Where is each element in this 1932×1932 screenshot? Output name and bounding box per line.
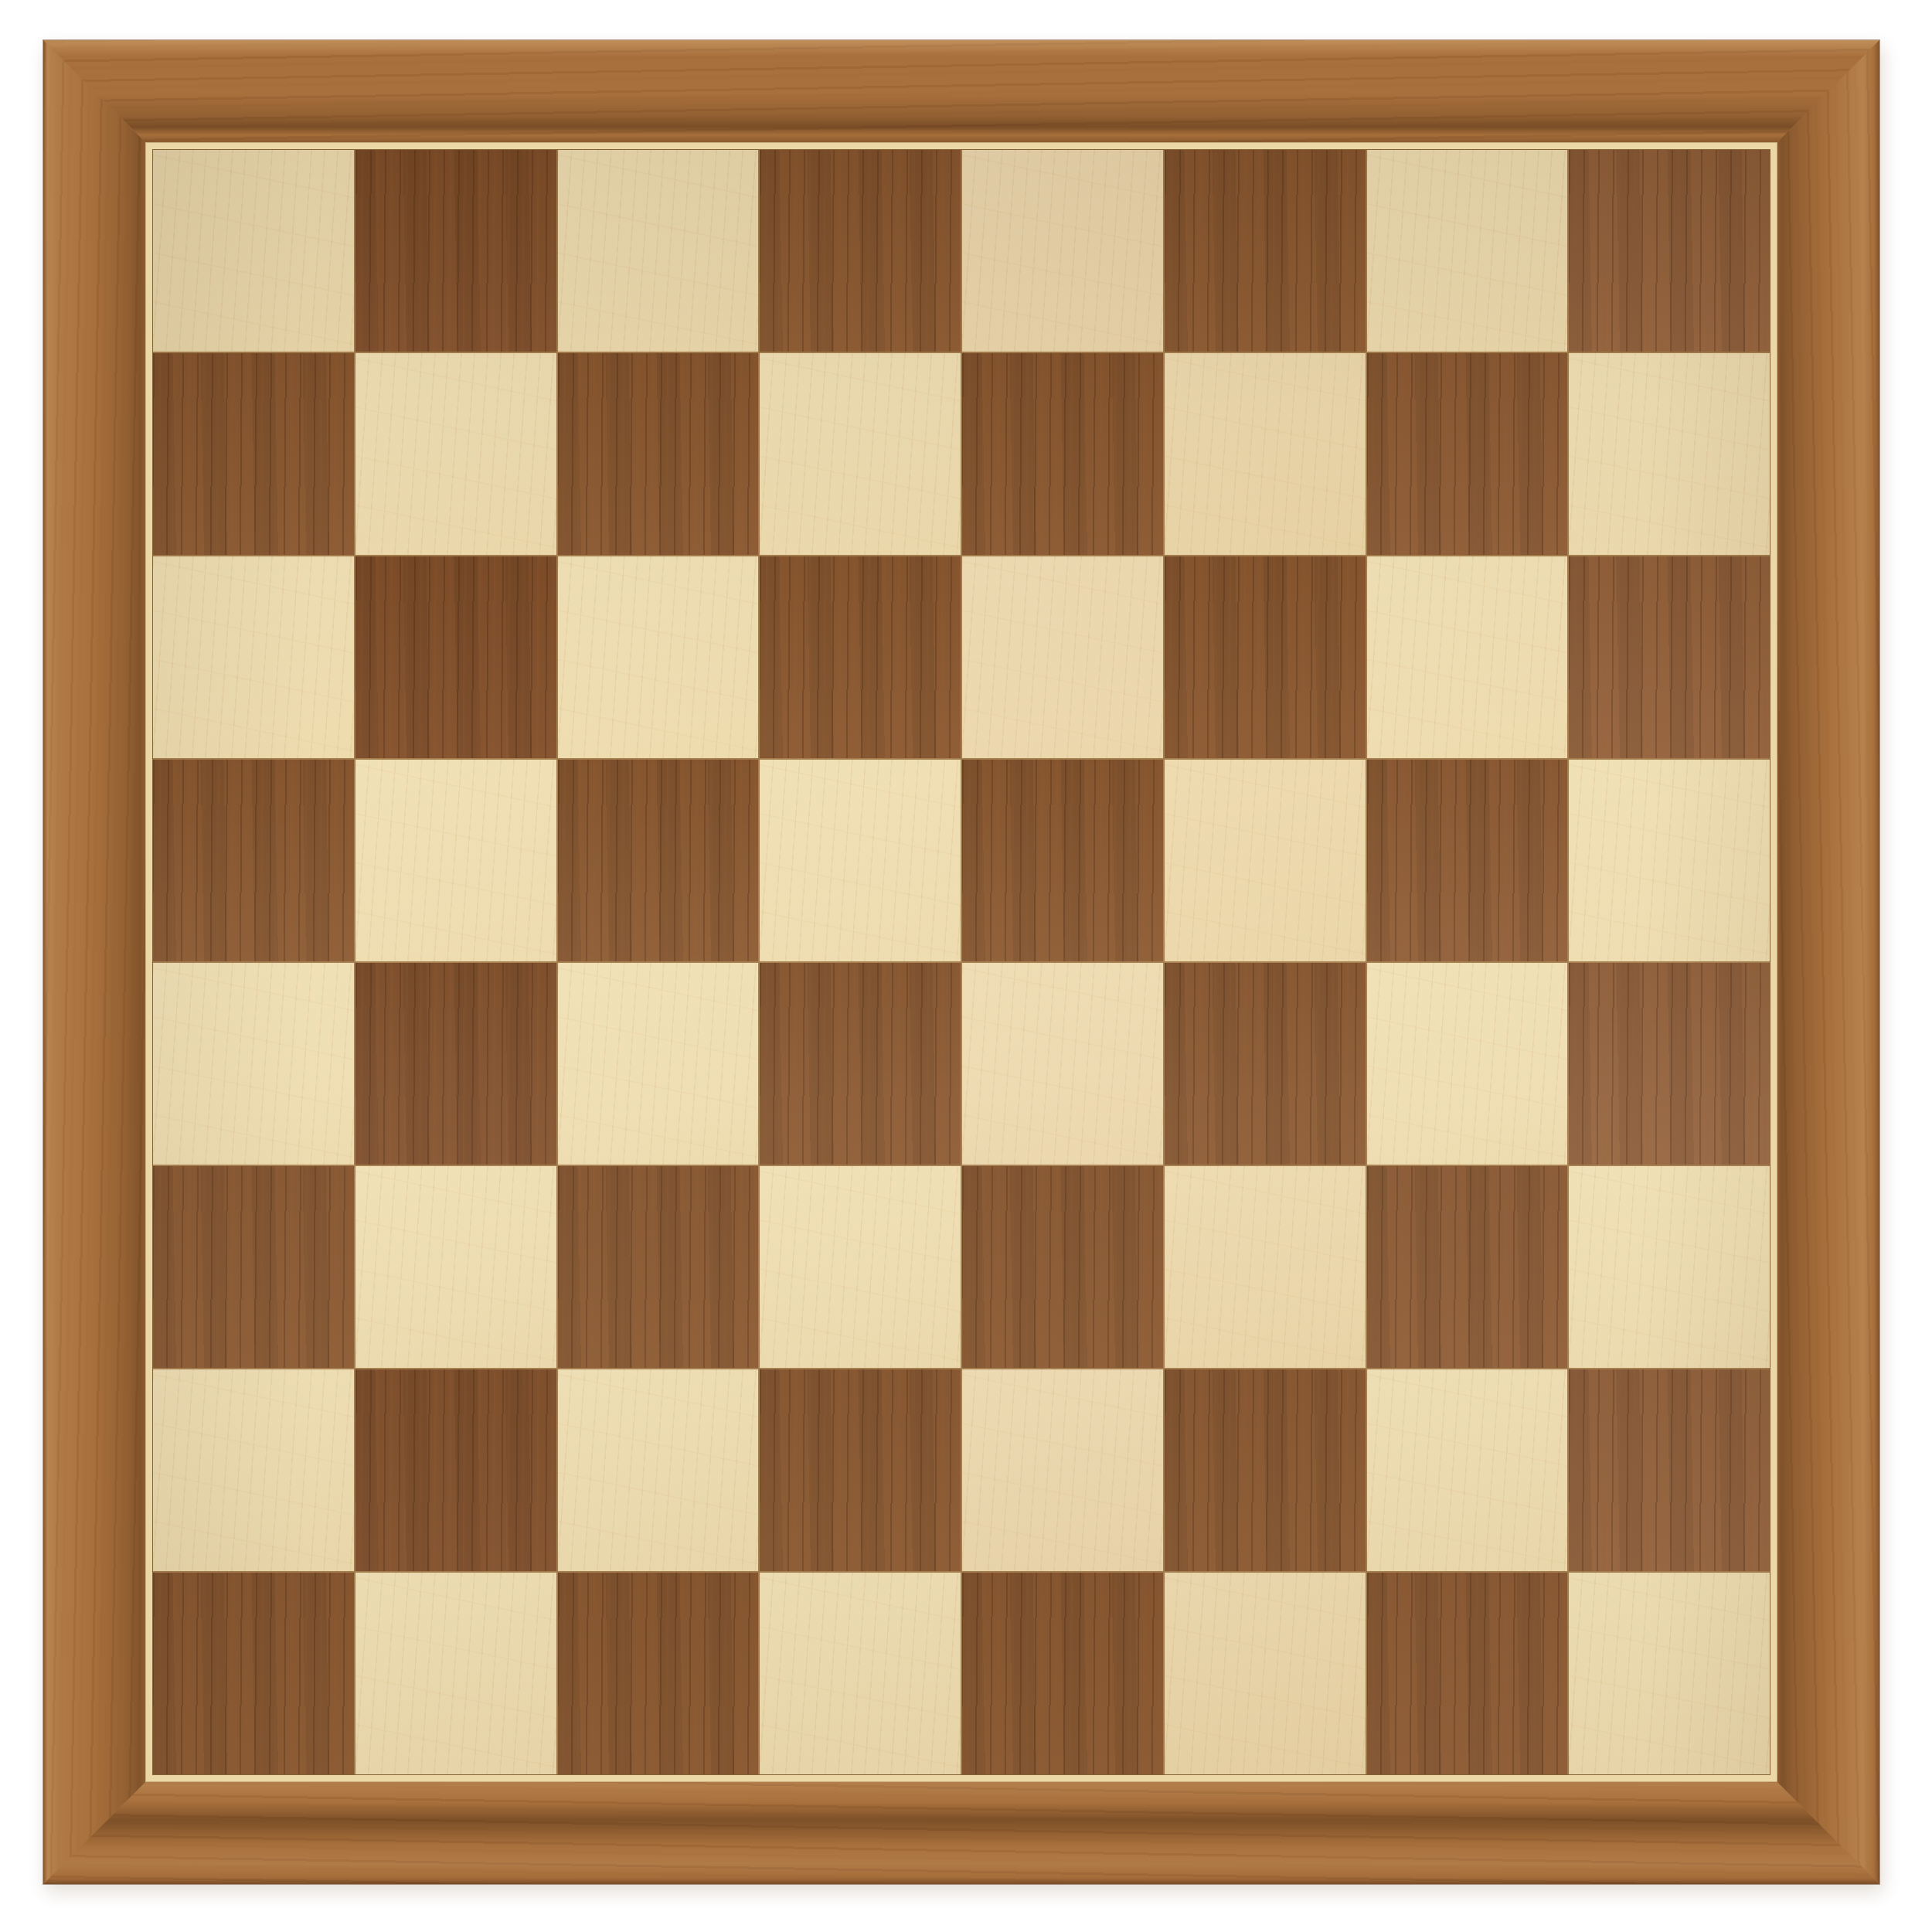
square-f7[interactable] <box>1165 353 1366 555</box>
square-b1[interactable] <box>355 1573 556 1774</box>
square-c8[interactable] <box>558 150 759 352</box>
square-b2[interactable] <box>355 1369 556 1571</box>
square-b5[interactable] <box>355 760 556 961</box>
square-e5[interactable] <box>962 760 1163 961</box>
square-b3[interactable] <box>355 1166 556 1368</box>
square-a4[interactable] <box>153 963 354 1165</box>
square-a3[interactable] <box>153 1166 354 1368</box>
square-f6[interactable] <box>1165 556 1366 758</box>
board-frame-right <box>1777 40 1879 1884</box>
square-g5[interactable] <box>1367 760 1568 961</box>
square-g7[interactable] <box>1367 353 1568 555</box>
board-frame-bottom <box>43 1782 1879 1884</box>
square-g6[interactable] <box>1367 556 1568 758</box>
square-d4[interactable] <box>760 963 961 1165</box>
square-e1[interactable] <box>962 1573 1163 1774</box>
square-h5[interactable] <box>1569 760 1770 961</box>
square-g1[interactable] <box>1367 1573 1568 1774</box>
square-f8[interactable] <box>1165 150 1366 352</box>
square-f1[interactable] <box>1165 1573 1366 1774</box>
square-h1[interactable] <box>1569 1573 1770 1774</box>
square-d5[interactable] <box>760 760 961 961</box>
square-g8[interactable] <box>1367 150 1568 352</box>
square-a7[interactable] <box>153 353 354 555</box>
square-g2[interactable] <box>1367 1369 1568 1571</box>
square-h8[interactable] <box>1569 150 1770 352</box>
square-a2[interactable] <box>153 1369 354 1571</box>
board-frame-top <box>43 40 1879 142</box>
square-d6[interactable] <box>760 556 961 758</box>
square-c5[interactable] <box>558 760 759 961</box>
square-c4[interactable] <box>558 963 759 1165</box>
square-d3[interactable] <box>760 1166 961 1368</box>
product-photo-background <box>0 0 1932 1932</box>
square-h2[interactable] <box>1569 1369 1770 1571</box>
square-f2[interactable] <box>1165 1369 1366 1571</box>
square-h7[interactable] <box>1569 353 1770 555</box>
square-h4[interactable] <box>1569 963 1770 1165</box>
square-f3[interactable] <box>1165 1166 1366 1368</box>
square-c2[interactable] <box>558 1369 759 1571</box>
square-c6[interactable] <box>558 556 759 758</box>
square-e7[interactable] <box>962 353 1163 555</box>
square-c3[interactable] <box>558 1166 759 1368</box>
square-f5[interactable] <box>1165 760 1366 961</box>
square-a5[interactable] <box>153 760 354 961</box>
square-a1[interactable] <box>153 1573 354 1774</box>
square-g3[interactable] <box>1367 1166 1568 1368</box>
square-e4[interactable] <box>962 963 1163 1165</box>
square-f4[interactable] <box>1165 963 1366 1165</box>
square-h3[interactable] <box>1569 1166 1770 1368</box>
square-a8[interactable] <box>153 150 354 352</box>
square-e2[interactable] <box>962 1369 1163 1571</box>
square-h6[interactable] <box>1569 556 1770 758</box>
square-c1[interactable] <box>558 1573 759 1774</box>
square-b6[interactable] <box>355 556 556 758</box>
square-e6[interactable] <box>962 556 1163 758</box>
square-d7[interactable] <box>760 353 961 555</box>
square-d2[interactable] <box>760 1369 961 1571</box>
square-b4[interactable] <box>355 963 556 1165</box>
square-e8[interactable] <box>962 150 1163 352</box>
square-a6[interactable] <box>153 556 354 758</box>
square-d1[interactable] <box>760 1573 961 1774</box>
square-b7[interactable] <box>355 353 556 555</box>
square-e3[interactable] <box>962 1166 1163 1368</box>
board-frame-left <box>43 40 145 1884</box>
square-b8[interactable] <box>355 150 556 352</box>
chess-board <box>43 40 1879 1884</box>
square-c7[interactable] <box>558 353 759 555</box>
chess-board-grid <box>152 149 1770 1775</box>
square-g4[interactable] <box>1367 963 1568 1165</box>
square-d8[interactable] <box>760 150 961 352</box>
